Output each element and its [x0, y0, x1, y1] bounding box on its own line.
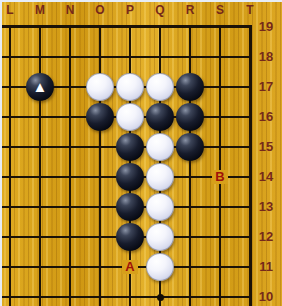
intersection-M16[interactable]	[25, 102, 55, 132]
white-stone	[116, 103, 144, 131]
white-stone	[86, 73, 114, 101]
intersection-O12[interactable]	[85, 222, 115, 252]
intersection-S16[interactable]	[205, 102, 235, 132]
intersection-M18[interactable]	[25, 42, 55, 72]
black-stone	[116, 163, 144, 191]
intersection-S19[interactable]	[205, 12, 235, 42]
intersection-M14[interactable]	[25, 162, 55, 192]
intersection-T15[interactable]	[235, 132, 265, 162]
intersection-N14[interactable]	[55, 162, 85, 192]
white-stone	[146, 133, 174, 161]
intersection-Q16[interactable]	[145, 102, 175, 132]
intersection-O15[interactable]	[85, 132, 115, 162]
intersection-S17[interactable]	[205, 72, 235, 102]
intersection-R11[interactable]	[175, 252, 205, 282]
intersection-T14[interactable]	[235, 162, 265, 192]
intersection-N12[interactable]	[55, 222, 85, 252]
white-stone	[146, 223, 174, 251]
intersection-O19[interactable]	[85, 12, 115, 42]
intersection-P19[interactable]	[115, 12, 145, 42]
intersection-L11[interactable]	[0, 252, 25, 282]
intersection-S15[interactable]	[205, 132, 235, 162]
intersection-Q14[interactable]	[145, 162, 175, 192]
intersection-L16[interactable]	[0, 102, 25, 132]
intersection-N17[interactable]	[55, 72, 85, 102]
black-stone	[116, 193, 144, 221]
intersection-N19[interactable]	[55, 12, 85, 42]
intersection-M12[interactable]	[25, 222, 55, 252]
intersection-M17[interactable]: ▲	[25, 72, 55, 102]
intersection-P13[interactable]	[115, 192, 145, 222]
intersection-O17[interactable]	[85, 72, 115, 102]
intersection-R12[interactable]	[175, 222, 205, 252]
intersection-L12[interactable]	[0, 222, 25, 252]
intersection-P11[interactable]: A	[115, 252, 145, 282]
intersection-R14[interactable]	[175, 162, 205, 192]
black-stone	[176, 133, 204, 161]
intersection-O18[interactable]	[85, 42, 115, 72]
black-stone	[176, 103, 204, 131]
white-stone	[146, 73, 174, 101]
black-stone	[86, 103, 114, 131]
black-stone	[146, 103, 174, 131]
go-board-diagram: LMNOPQRST 19181716151413121110 ▲BA	[0, 0, 282, 306]
intersection-O13[interactable]	[85, 192, 115, 222]
intersection-L18[interactable]	[0, 42, 25, 72]
intersection-P16[interactable]	[115, 102, 145, 132]
intersection-P12[interactable]	[115, 222, 145, 252]
intersection-S13[interactable]	[205, 192, 235, 222]
point-label-B: B	[212, 170, 227, 184]
intersection-N15[interactable]	[55, 132, 85, 162]
intersection-O11[interactable]	[85, 252, 115, 282]
intersection-T16[interactable]	[235, 102, 265, 132]
intersection-Q11[interactable]	[145, 252, 175, 282]
intersection-N11[interactable]	[55, 252, 85, 282]
white-stone	[116, 73, 144, 101]
intersection-T17[interactable]	[235, 72, 265, 102]
intersection-L15[interactable]	[0, 132, 25, 162]
intersection-N13[interactable]	[55, 192, 85, 222]
intersection-O14[interactable]	[85, 162, 115, 192]
intersection-Q18[interactable]	[145, 42, 175, 72]
intersection-L10[interactable]	[0, 282, 25, 306]
white-stone	[146, 193, 174, 221]
intersection-T13[interactable]	[235, 192, 265, 222]
intersection-N16[interactable]	[55, 102, 85, 132]
frame-border-top	[0, 0, 282, 2]
intersection-R18[interactable]	[175, 42, 205, 72]
intersection-P17[interactable]	[115, 72, 145, 102]
intersection-M19[interactable]	[25, 12, 55, 42]
intersection-M15[interactable]	[25, 132, 55, 162]
intersection-N10[interactable]	[55, 282, 85, 306]
intersection-O16[interactable]	[85, 102, 115, 132]
intersection-O10[interactable]	[85, 282, 115, 306]
intersection-T19[interactable]	[235, 12, 265, 42]
intersection-L17[interactable]	[0, 72, 25, 102]
intersection-R19[interactable]	[175, 12, 205, 42]
intersection-Q10[interactable]	[145, 282, 175, 306]
intersection-L13[interactable]	[0, 192, 25, 222]
intersection-R10[interactable]	[175, 282, 205, 306]
intersection-L19[interactable]	[0, 12, 25, 42]
black-stone	[116, 223, 144, 251]
intersection-P15[interactable]	[115, 132, 145, 162]
intersection-T18[interactable]	[235, 42, 265, 72]
intersection-P18[interactable]	[115, 42, 145, 72]
intersection-L14[interactable]	[0, 162, 25, 192]
black-stone: ▲	[26, 73, 54, 101]
intersection-M13[interactable]	[25, 192, 55, 222]
white-stone	[146, 253, 174, 281]
black-stone	[116, 133, 144, 161]
intersection-T10[interactable]	[235, 282, 265, 306]
intersection-R17[interactable]	[175, 72, 205, 102]
intersection-S12[interactable]	[205, 222, 235, 252]
intersection-Q17[interactable]	[145, 72, 175, 102]
black-stone	[176, 73, 204, 101]
intersection-S14[interactable]: B	[205, 162, 235, 192]
intersection-Q12[interactable]	[145, 222, 175, 252]
intersection-T11[interactable]	[235, 252, 265, 282]
white-stone	[146, 163, 174, 191]
intersection-P10[interactable]	[115, 282, 145, 306]
frame-border-left	[0, 0, 2, 306]
intersection-R15[interactable]	[175, 132, 205, 162]
intersection-R13[interactable]	[175, 192, 205, 222]
intersection-S10[interactable]	[205, 282, 235, 306]
point-label-A: A	[122, 260, 137, 274]
triangle-marker-icon: ▲	[26, 72, 54, 100]
intersection-R16[interactable]	[175, 102, 205, 132]
intersection-T12[interactable]	[235, 222, 265, 252]
intersection-S18[interactable]	[205, 42, 235, 72]
intersection-N18[interactable]	[55, 42, 85, 72]
intersection-M10[interactable]	[25, 282, 55, 306]
intersection-Q19[interactable]	[145, 12, 175, 42]
intersection-M11[interactable]	[25, 252, 55, 282]
intersection-S11[interactable]	[205, 252, 235, 282]
intersection-Q15[interactable]	[145, 132, 175, 162]
intersection-P14[interactable]	[115, 162, 145, 192]
intersection-Q13[interactable]	[145, 192, 175, 222]
